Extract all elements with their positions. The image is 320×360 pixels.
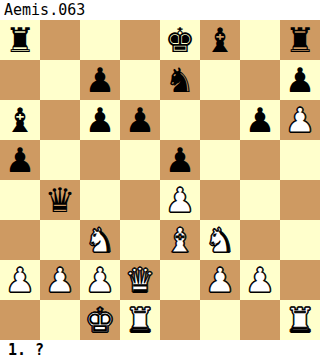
square-g6[interactable]: ♟ — [240, 100, 280, 140]
square-a8[interactable]: ♜ — [0, 20, 40, 60]
square-d3[interactable] — [120, 220, 160, 260]
piece-black-pawn: ♟ — [285, 60, 315, 100]
title-bar: Aemis.063 — [0, 0, 320, 20]
square-a4[interactable] — [0, 180, 40, 220]
piece-black-pawn: ♟ — [5, 140, 35, 180]
square-e6[interactable] — [160, 100, 200, 140]
piece-black-pawn: ♟ — [245, 100, 275, 140]
piece-black-bishop: ♝ — [5, 100, 35, 140]
square-d8[interactable] — [120, 20, 160, 60]
square-c8[interactable] — [80, 20, 120, 60]
square-f1[interactable] — [200, 300, 240, 340]
piece-white-knight: ♞ — [205, 220, 235, 260]
square-a2[interactable]: ♟ — [0, 260, 40, 300]
square-a3[interactable] — [0, 220, 40, 260]
square-h2[interactable] — [280, 260, 320, 300]
square-e4[interactable]: ♟ — [160, 180, 200, 220]
piece-black-queen: ♛ — [45, 180, 75, 220]
square-e2[interactable] — [160, 260, 200, 300]
square-b7[interactable] — [40, 60, 80, 100]
piece-white-bishop: ♝ — [165, 220, 195, 260]
square-c7[interactable]: ♟ — [80, 60, 120, 100]
square-f4[interactable] — [200, 180, 240, 220]
square-g3[interactable] — [240, 220, 280, 260]
square-b5[interactable] — [40, 140, 80, 180]
piece-white-pawn: ♟ — [165, 180, 195, 220]
square-c6[interactable]: ♟ — [80, 100, 120, 140]
piece-black-pawn: ♟ — [165, 140, 195, 180]
square-a7[interactable] — [0, 60, 40, 100]
square-c4[interactable] — [80, 180, 120, 220]
piece-black-pawn: ♟ — [85, 100, 115, 140]
square-e7[interactable]: ♞ — [160, 60, 200, 100]
square-d4[interactable] — [120, 180, 160, 220]
square-d7[interactable] — [120, 60, 160, 100]
square-d5[interactable] — [120, 140, 160, 180]
square-g5[interactable] — [240, 140, 280, 180]
piece-white-pawn: ♟ — [245, 260, 275, 300]
square-c2[interactable]: ♟ — [80, 260, 120, 300]
square-g8[interactable] — [240, 20, 280, 60]
piece-black-knight: ♞ — [165, 60, 195, 100]
square-a1[interactable] — [0, 300, 40, 340]
piece-black-bishop: ♝ — [205, 20, 235, 60]
square-e3[interactable]: ♝ — [160, 220, 200, 260]
square-f8[interactable]: ♝ — [200, 20, 240, 60]
square-d1[interactable]: ♜ — [120, 300, 160, 340]
piece-black-pawn: ♟ — [125, 100, 155, 140]
square-f5[interactable] — [200, 140, 240, 180]
square-g2[interactable]: ♟ — [240, 260, 280, 300]
square-f6[interactable] — [200, 100, 240, 140]
square-h7[interactable]: ♟ — [280, 60, 320, 100]
footer-bar: 1. ? — [0, 340, 320, 360]
square-c5[interactable] — [80, 140, 120, 180]
square-e1[interactable] — [160, 300, 200, 340]
square-f2[interactable]: ♟ — [200, 260, 240, 300]
piece-white-pawn: ♟ — [85, 260, 115, 300]
square-e5[interactable]: ♟ — [160, 140, 200, 180]
piece-white-pawn: ♟ — [205, 260, 235, 300]
piece-white-king: ♚ — [85, 300, 115, 340]
piece-white-pawn: ♟ — [45, 260, 75, 300]
piece-white-queen: ♛ — [125, 260, 155, 300]
piece-white-pawn: ♟ — [285, 100, 315, 140]
move-prompt: 1. ? — [8, 341, 44, 359]
piece-black-king: ♚ — [165, 20, 195, 60]
square-c1[interactable]: ♚ — [80, 300, 120, 340]
square-b8[interactable] — [40, 20, 80, 60]
piece-white-knight: ♞ — [85, 220, 115, 260]
square-f7[interactable] — [200, 60, 240, 100]
square-b1[interactable] — [40, 300, 80, 340]
square-h8[interactable]: ♜ — [280, 20, 320, 60]
square-a6[interactable]: ♝ — [0, 100, 40, 140]
square-g7[interactable] — [240, 60, 280, 100]
piece-white-pawn: ♟ — [5, 260, 35, 300]
piece-white-rook: ♜ — [285, 300, 315, 340]
square-b6[interactable] — [40, 100, 80, 140]
square-h5[interactable] — [280, 140, 320, 180]
piece-black-rook: ♜ — [285, 20, 315, 60]
square-c3[interactable]: ♞ — [80, 220, 120, 260]
square-h4[interactable] — [280, 180, 320, 220]
puzzle-title: Aemis.063 — [4, 1, 85, 19]
square-b2[interactable]: ♟ — [40, 260, 80, 300]
piece-white-rook: ♜ — [125, 300, 155, 340]
piece-black-rook: ♜ — [5, 20, 35, 60]
square-d6[interactable]: ♟ — [120, 100, 160, 140]
piece-black-pawn: ♟ — [85, 60, 115, 100]
square-g1[interactable] — [240, 300, 280, 340]
square-e8[interactable]: ♚ — [160, 20, 200, 60]
square-f3[interactable]: ♞ — [200, 220, 240, 260]
square-d2[interactable]: ♛ — [120, 260, 160, 300]
square-b3[interactable] — [40, 220, 80, 260]
square-h1[interactable]: ♜ — [280, 300, 320, 340]
chess-board: ♜♚♝♜♟♞♟♝♟♟♟♟♟♟♛♟♞♝♞♟♟♟♛♟♟♚♜♜ — [0, 20, 320, 340]
square-a5[interactable]: ♟ — [0, 140, 40, 180]
square-g4[interactable] — [240, 180, 280, 220]
square-b4[interactable]: ♛ — [40, 180, 80, 220]
square-h6[interactable]: ♟ — [280, 100, 320, 140]
square-h3[interactable] — [280, 220, 320, 260]
